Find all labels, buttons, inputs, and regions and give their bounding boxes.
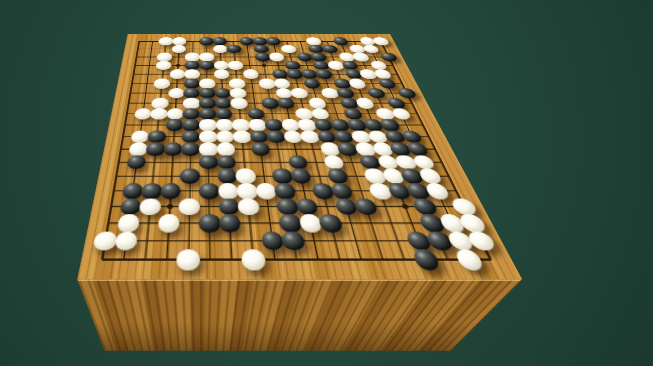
- star-point: [176, 64, 181, 67]
- stone-white-c3r4[interactable]: [156, 61, 172, 70]
- board-front-side: [77, 279, 522, 351]
- stone-black-c5r9[interactable]: [183, 108, 200, 120]
- stone-black-c7r9[interactable]: [215, 108, 233, 120]
- stone-white-c4r7[interactable]: [168, 88, 185, 99]
- stone-black-c6r4[interactable]: [199, 61, 214, 70]
- stone-black-c11r1[interactable]: [266, 37, 282, 45]
- star-point: [284, 204, 291, 209]
- star-point: [262, 64, 267, 67]
- stone-white-c7r5[interactable]: [214, 69, 230, 79]
- stone-white-c8r10[interactable]: [232, 119, 251, 131]
- stone-black-c6r8[interactable]: [199, 98, 216, 109]
- stone-white-c3r9[interactable]: [150, 108, 168, 120]
- goban-scene: [0, 0, 653, 366]
- stone-white-c5r8[interactable]: [183, 98, 200, 109]
- stone-black-c8r2[interactable]: [226, 45, 241, 53]
- star-point: [401, 204, 409, 209]
- stone-black-c7r8[interactable]: [215, 98, 232, 109]
- stone-black-c11r8[interactable]: [277, 98, 296, 109]
- scene-background: [0, 0, 653, 366]
- stone-black-c9r9[interactable]: [247, 108, 266, 120]
- stone-white-c8r4[interactable]: [227, 61, 243, 70]
- stone-black-c6r1[interactable]: [199, 37, 213, 45]
- stone-white-c7r2[interactable]: [213, 45, 228, 53]
- stone-white-c3r1[interactable]: [158, 37, 173, 45]
- board-surface[interactable]: [77, 34, 522, 279]
- stone-white-c6r10[interactable]: [199, 119, 217, 131]
- stone-black-c6r9[interactable]: [199, 108, 216, 120]
- stone-white-c4r2[interactable]: [171, 45, 186, 53]
- goban: [77, 34, 522, 279]
- stone-white-c12r2[interactable]: [281, 45, 298, 53]
- stone-black-c5r10[interactable]: [182, 119, 200, 131]
- stone-white-c3r8[interactable]: [151, 98, 169, 109]
- star-point: [167, 204, 173, 209]
- stone-white-c7r10[interactable]: [215, 119, 233, 131]
- stone-white-c3r6[interactable]: [153, 78, 170, 88]
- stone-white-c4r5[interactable]: [169, 69, 185, 79]
- stone-white-c4r9[interactable]: [166, 108, 184, 120]
- stone-white-c9r5[interactable]: [243, 69, 260, 79]
- stone-white-c11r3[interactable]: [268, 53, 285, 62]
- stone-black-c4r10[interactable]: [165, 119, 183, 131]
- stone-white-c8r8[interactable]: [230, 98, 248, 109]
